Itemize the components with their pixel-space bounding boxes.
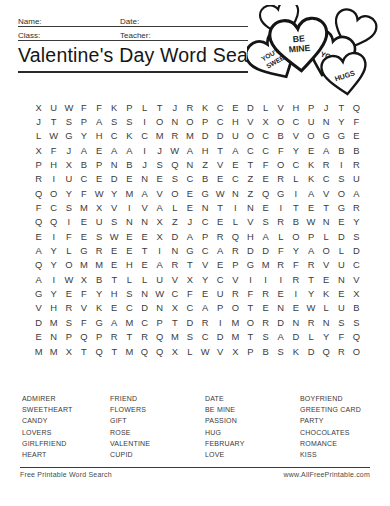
grid-cell[interactable]: O (319, 243, 334, 257)
grid-cell[interactable]: I (258, 272, 273, 286)
grid-cell[interactable]: E (258, 172, 273, 186)
grid-cell[interactable]: T (137, 243, 152, 257)
grid-cell[interactable]: F (76, 186, 91, 200)
grid-cell[interactable]: Q (31, 215, 46, 229)
grid-cell[interactable]: D (31, 315, 46, 329)
grid-cell[interactable]: G (61, 129, 76, 143)
grid-cell[interactable]: I (288, 286, 303, 300)
grid-cell[interactable]: S (334, 172, 349, 186)
grid-cell[interactable]: H (46, 157, 61, 171)
grid-cell[interactable]: O (334, 186, 349, 200)
grid-cell[interactable]: J (319, 100, 334, 114)
grid-cell[interactable]: Y (61, 186, 76, 200)
grid-cell[interactable]: E (213, 172, 228, 186)
grid-cell[interactable]: H (243, 229, 258, 243)
grid-cell[interactable]: F (31, 200, 46, 214)
grid-cell[interactable]: D (198, 129, 213, 143)
grid-cell[interactable]: E (288, 301, 303, 315)
grid-cell[interactable]: S (92, 229, 107, 243)
grid-cell[interactable]: W (61, 100, 76, 114)
grid-cell[interactable]: M (122, 315, 137, 329)
grid-cell[interactable]: X (92, 200, 107, 214)
grid-cell[interactable]: I (243, 272, 258, 286)
grid-cell[interactable]: F (182, 286, 197, 300)
grid-cell[interactable]: E (152, 172, 167, 186)
grid-cell[interactable]: U (334, 258, 349, 272)
grid-cell[interactable]: V (152, 186, 167, 200)
grid-cell[interactable]: Q (258, 186, 273, 200)
grid-cell[interactable]: O (349, 344, 364, 358)
grid-cell[interactable]: A (137, 186, 152, 200)
grid-cell[interactable]: K (198, 100, 213, 114)
grid-cell[interactable]: P (152, 315, 167, 329)
grid-cell[interactable]: I (152, 243, 167, 257)
grid-cell[interactable]: R (182, 100, 197, 114)
grid-cell[interactable]: P (198, 114, 213, 128)
grid-cell[interactable]: B (288, 215, 303, 229)
grid-cell[interactable]: Q (137, 344, 152, 358)
grid-cell[interactable]: E (228, 157, 243, 171)
grid-cell[interactable]: C (137, 129, 152, 143)
grid-cell[interactable]: E (122, 172, 137, 186)
grid-cell[interactable]: S (122, 286, 137, 300)
grid-cell[interactable]: U (213, 286, 228, 300)
grid-cell[interactable]: A (198, 301, 213, 315)
grid-cell[interactable]: Q (46, 215, 61, 229)
grid-cell[interactable]: E (122, 229, 137, 243)
grid-cell[interactable]: T (288, 200, 303, 214)
grid-cell[interactable]: L (31, 129, 46, 143)
grid-cell[interactable]: Q (349, 330, 364, 344)
grid-cell[interactable]: X (61, 344, 76, 358)
grid-cell[interactable]: G (92, 315, 107, 329)
grid-cell[interactable]: Q (319, 344, 334, 358)
grid-cell[interactable]: E (182, 200, 197, 214)
grid-cell[interactable]: W (303, 301, 318, 315)
grid-cell[interactable]: F (46, 143, 61, 157)
grid-cell[interactable]: I (46, 172, 61, 186)
grid-cell[interactable]: C (198, 330, 213, 344)
grid-cell[interactable]: M (122, 186, 137, 200)
grid-cell[interactable]: C (182, 301, 197, 315)
grid-cell[interactable]: D (349, 243, 364, 257)
grid-cell[interactable]: R (228, 286, 243, 300)
grid-cell[interactable]: I (228, 200, 243, 214)
grid-cell[interactable]: R (319, 157, 334, 171)
grid-cell[interactable]: L (228, 215, 243, 229)
grid-cell[interactable]: M (182, 129, 197, 143)
grid-cell[interactable]: F (76, 315, 91, 329)
grid-cell[interactable]: L (288, 172, 303, 186)
grid-cell[interactable]: Z (198, 157, 213, 171)
grid-cell[interactable]: E (31, 330, 46, 344)
grid-cell[interactable]: D (243, 100, 258, 114)
grid-cell[interactable]: C (198, 215, 213, 229)
grid-cell[interactable]: E (76, 229, 91, 243)
grid-cell[interactable]: T (182, 258, 197, 272)
grid-cell[interactable]: E (334, 215, 349, 229)
grid-cell[interactable]: W (152, 286, 167, 300)
grid-cell[interactable]: N (198, 200, 213, 214)
grid-cell[interactable]: A (31, 272, 46, 286)
grid-cell[interactable]: B (273, 129, 288, 143)
grid-cell[interactable]: V (273, 100, 288, 114)
grid-cell[interactable]: T (213, 143, 228, 157)
grid-cell[interactable]: P (303, 229, 318, 243)
grid-cell[interactable]: E (213, 258, 228, 272)
grid-cell[interactable]: N (334, 272, 349, 286)
grid-cell[interactable]: E (303, 143, 318, 157)
grid-cell[interactable]: F (273, 143, 288, 157)
grid-cell[interactable]: E (258, 301, 273, 315)
grid-cell[interactable]: A (303, 186, 318, 200)
grid-cell[interactable]: S (152, 157, 167, 171)
grid-cell[interactable]: S (61, 200, 76, 214)
grid-cell[interactable]: B (334, 143, 349, 157)
name-date-row[interactable]: Name: Date: (18, 13, 248, 27)
grid-cell[interactable]: O (46, 186, 61, 200)
grid-cell[interactable]: R (273, 258, 288, 272)
grid-cell[interactable]: N (228, 186, 243, 200)
grid-cell[interactable]: Q (167, 157, 182, 171)
grid-cell[interactable]: D (334, 229, 349, 243)
grid-cell[interactable]: T (243, 330, 258, 344)
grid-cell[interactable]: W (303, 215, 318, 229)
grid-cell[interactable]: Y (288, 243, 303, 257)
grid-cell[interactable]: D (107, 172, 122, 186)
grid-cell[interactable]: Q (76, 330, 91, 344)
grid-cell[interactable]: G (243, 258, 258, 272)
grid-cell[interactable]: F (243, 286, 258, 300)
grid-cell[interactable]: K (319, 286, 334, 300)
grid-cell[interactable]: S (122, 114, 137, 128)
grid-cell[interactable]: E (228, 100, 243, 114)
grid-cell[interactable]: M (92, 258, 107, 272)
grid-cell[interactable]: L (137, 100, 152, 114)
grid-cell[interactable]: N (137, 286, 152, 300)
grid-cell[interactable]: K (107, 100, 122, 114)
grid-cell[interactable]: R (31, 172, 46, 186)
grid-cell[interactable]: O (152, 114, 167, 128)
grid-cell[interactable]: W (213, 186, 228, 200)
grid-cell[interactable]: E (31, 229, 46, 243)
grid-cell[interactable]: N (182, 157, 197, 171)
grid-cell[interactable]: J (61, 143, 76, 157)
grid-cell[interactable]: Y (46, 243, 61, 257)
grid-cell[interactable]: E (137, 229, 152, 243)
grid-cell[interactable]: L (61, 243, 76, 257)
grid-cell[interactable]: X (167, 301, 182, 315)
grid-cell[interactable]: U (61, 172, 76, 186)
grid-cell[interactable]: S (182, 330, 197, 344)
grid-cell[interactable]: A (319, 143, 334, 157)
grid-cell[interactable]: P (92, 330, 107, 344)
grid-cell[interactable]: O (61, 258, 76, 272)
grid-cell[interactable]: N (288, 315, 303, 329)
grid-cell[interactable]: M (167, 330, 182, 344)
grid-cell[interactable]: Z (167, 215, 182, 229)
grid-cell[interactable]: Q (228, 229, 243, 243)
grid-cell[interactable]: T (122, 330, 137, 344)
grid-cell[interactable]: V (167, 272, 182, 286)
grid-cell[interactable]: Q (31, 186, 46, 200)
grid-cell[interactable]: R (273, 172, 288, 186)
grid-cell[interactable]: V (213, 344, 228, 358)
grid-cell[interactable]: E (107, 258, 122, 272)
grid-cell[interactable]: Y (349, 215, 364, 229)
grid-cell[interactable]: L (334, 243, 349, 257)
grid-cell[interactable]: V (107, 200, 122, 214)
grid-cell[interactable]: G (76, 243, 91, 257)
grid-cell[interactable]: I (46, 229, 61, 243)
grid-cell[interactable]: A (228, 143, 243, 157)
grid-cell[interactable]: R (349, 157, 364, 171)
grid-cell[interactable]: A (182, 143, 197, 157)
grid-cell[interactable]: S (273, 344, 288, 358)
grid-cell[interactable]: V (228, 272, 243, 286)
grid-cell[interactable]: M (228, 330, 243, 344)
grid-cell[interactable]: N (273, 301, 288, 315)
grid-cell[interactable]: G (273, 186, 288, 200)
grid-cell[interactable]: C (182, 172, 197, 186)
grid-cell[interactable]: D (273, 315, 288, 329)
grid-cell[interactable]: F (76, 286, 91, 300)
grid-cell[interactable]: K (92, 301, 107, 315)
grid-cell[interactable]: A (76, 143, 91, 157)
grid-cell[interactable]: O (288, 229, 303, 243)
grid-cell[interactable]: F (334, 330, 349, 344)
grid-cell[interactable]: R (92, 243, 107, 257)
grid-cell[interactable]: K (303, 157, 318, 171)
grid-cell[interactable]: C (213, 100, 228, 114)
grid-cell[interactable]: X (152, 215, 167, 229)
grid-cell[interactable]: X (31, 100, 46, 114)
grid-cell[interactable]: U (152, 272, 167, 286)
grid-cell[interactable]: O (167, 186, 182, 200)
grid-cell[interactable]: G (334, 200, 349, 214)
grid-cell[interactable]: A (122, 143, 137, 157)
grid-cell[interactable]: M (152, 129, 167, 143)
grid-cell[interactable]: R (258, 286, 273, 300)
grid-cell[interactable]: C (76, 172, 91, 186)
grid-cell[interactable]: O (243, 315, 258, 329)
grid-cell[interactable]: N (122, 215, 137, 229)
grid-cell[interactable]: A (107, 315, 122, 329)
grid-cell[interactable]: P (122, 100, 137, 114)
grid-cell[interactable]: I (288, 186, 303, 200)
grid-cell[interactable]: J (167, 100, 182, 114)
grid-cell[interactable]: S (107, 114, 122, 128)
grid-cell[interactable]: R (303, 258, 318, 272)
grid-cell[interactable]: T (167, 315, 182, 329)
grid-cell[interactable]: H (107, 286, 122, 300)
grid-cell[interactable]: O (273, 114, 288, 128)
grid-cell[interactable]: M (228, 315, 243, 329)
grid-cell[interactable]: E (76, 215, 91, 229)
grid-cell[interactable]: H (198, 143, 213, 157)
grid-cell[interactable]: V (349, 272, 364, 286)
grid-cell[interactable]: P (243, 344, 258, 358)
grid-cell[interactable]: W (61, 272, 76, 286)
grid-cell[interactable]: R (334, 344, 349, 358)
grid-cell[interactable]: L (137, 272, 152, 286)
grid-cell[interactable]: S (258, 215, 273, 229)
grid-cell[interactable]: K (288, 344, 303, 358)
grid-cell[interactable]: E (107, 301, 122, 315)
grid-cell[interactable]: T (319, 200, 334, 214)
grid-cell[interactable]: M (31, 344, 46, 358)
grid-cell[interactable]: X (167, 344, 182, 358)
grid-cell[interactable]: A (107, 143, 122, 157)
grid-cell[interactable]: E (319, 272, 334, 286)
grid-cell[interactable]: L (273, 229, 288, 243)
grid-cell[interactable]: H (46, 301, 61, 315)
grid-cell[interactable]: S (167, 172, 182, 186)
grid-cell[interactable]: P (303, 100, 318, 114)
grid-cell[interactable]: S (258, 330, 273, 344)
grid-cell[interactable]: Y (107, 186, 122, 200)
grid-cell[interactable]: C (258, 129, 273, 143)
grid-cell[interactable]: T (213, 200, 228, 214)
grid-cell[interactable]: S (349, 315, 364, 329)
grid-cell[interactable]: D (182, 315, 197, 329)
grid-cell[interactable]: D (288, 330, 303, 344)
grid-cell[interactable]: T (243, 301, 258, 315)
grid-cell[interactable]: T (243, 157, 258, 171)
grid-cell[interactable]: E (198, 286, 213, 300)
grid-cell[interactable]: N (243, 200, 258, 214)
grid-cell[interactable]: E (137, 258, 152, 272)
grid-cell[interactable]: Y (92, 286, 107, 300)
grid-cell[interactable]: B (122, 157, 137, 171)
grid-cell[interactable]: M (122, 344, 137, 358)
grid-cell[interactable]: F (273, 243, 288, 257)
grid-cell[interactable]: R (107, 330, 122, 344)
grid-cell[interactable]: I (273, 200, 288, 214)
grid-cell[interactable]: D (167, 229, 182, 243)
grid-cell[interactable]: W (107, 229, 122, 243)
grid-cell[interactable]: L (258, 100, 273, 114)
grid-cell[interactable]: V (243, 114, 258, 128)
grid-cell[interactable]: F (258, 157, 273, 171)
grid-cell[interactable]: V (198, 258, 213, 272)
grid-cell[interactable]: F (288, 258, 303, 272)
grid-cell[interactable]: A (273, 330, 288, 344)
grid-cell[interactable]: X (182, 272, 197, 286)
grid-cell[interactable]: R (61, 301, 76, 315)
grid-cell[interactable]: N (107, 157, 122, 171)
grid-cell[interactable]: R (213, 229, 228, 243)
grid-cell[interactable]: W (167, 143, 182, 157)
grid-cell[interactable]: E (213, 215, 228, 229)
grid-cell[interactable]: X (258, 114, 273, 128)
grid-cell[interactable]: U (46, 100, 61, 114)
grid-cell[interactable]: V (76, 301, 91, 315)
grid-cell[interactable]: U (334, 301, 349, 315)
grid-cell[interactable]: P (76, 114, 91, 128)
grid-cell[interactable]: C (122, 301, 137, 315)
grid-cell[interactable]: L (122, 272, 137, 286)
grid-cell[interactable]: I (137, 143, 152, 157)
grid-cell[interactable]: X (349, 286, 364, 300)
grid-cell[interactable]: M (76, 200, 91, 214)
grid-cell[interactable]: R (273, 215, 288, 229)
grid-cell[interactable]: C (137, 315, 152, 329)
grid-cell[interactable]: M (46, 344, 61, 358)
grid-cell[interactable]: T (107, 344, 122, 358)
grid-cell[interactable]: R (228, 243, 243, 257)
grid-cell[interactable]: D (243, 243, 258, 257)
grid-cell[interactable]: O (303, 129, 318, 143)
grid-cell[interactable]: H (228, 114, 243, 128)
grid-cell[interactable]: F (92, 100, 107, 114)
grid-cell[interactable]: J (137, 157, 152, 171)
grid-cell[interactable]: B (349, 301, 364, 315)
grid-cell[interactable]: U (349, 172, 364, 186)
grid-cell[interactable]: P (228, 258, 243, 272)
grid-cell[interactable]: D (213, 129, 228, 143)
grid-cell[interactable]: N (46, 330, 61, 344)
grid-cell[interactable]: O (228, 301, 243, 315)
grid-cell[interactable]: N (319, 215, 334, 229)
grid-cell[interactable]: M (46, 315, 61, 329)
grid-cell[interactable]: S (61, 114, 76, 128)
grid-cell[interactable]: R (258, 315, 273, 329)
grid-cell[interactable]: I (213, 315, 228, 329)
grid-cell[interactable]: Q (349, 100, 364, 114)
grid-cell[interactable]: L (319, 301, 334, 315)
grid-cell[interactable]: E (334, 286, 349, 300)
grid-cell[interactable]: P (198, 229, 213, 243)
grid-cell[interactable]: F (76, 100, 91, 114)
grid-cell[interactable]: F (61, 229, 76, 243)
grid-cell[interactable]: Y (303, 286, 318, 300)
grid-cell[interactable]: R (167, 129, 182, 143)
grid-cell[interactable]: J (31, 114, 46, 128)
grid-cell[interactable]: C (107, 129, 122, 143)
grid-cell[interactable]: Z (243, 172, 258, 186)
grid-cell[interactable]: S (349, 229, 364, 243)
grid-cell[interactable]: Y (288, 143, 303, 157)
grid-cell[interactable]: C (167, 286, 182, 300)
grid-cell[interactable]: A (349, 186, 364, 200)
grid-cell[interactable]: X (31, 143, 46, 157)
grid-cell[interactable]: G (319, 129, 334, 143)
grid-cell[interactable]: Q (31, 258, 46, 272)
grid-cell[interactable]: T (76, 344, 91, 358)
grid-cell[interactable]: B (349, 143, 364, 157)
grid-cell[interactable]: A (303, 243, 318, 257)
grid-cell[interactable]: B (198, 172, 213, 186)
grid-cell[interactable]: D (137, 301, 152, 315)
grid-cell[interactable]: G (182, 243, 197, 257)
grid-cell[interactable]: V (319, 258, 334, 272)
grid-cell[interactable]: U (303, 114, 318, 128)
grid-cell[interactable]: V (213, 157, 228, 171)
grid-cell[interactable]: R (137, 330, 152, 344)
grid-cell[interactable]: B (258, 344, 273, 358)
grid-cell[interactable]: N (152, 301, 167, 315)
grid-cell[interactable]: M (76, 258, 91, 272)
grid-cell[interactable]: F (349, 114, 364, 128)
grid-cell[interactable]: V (319, 186, 334, 200)
grid-cell[interactable]: Y (46, 258, 61, 272)
grid-cell[interactable]: I (46, 272, 61, 286)
grid-cell[interactable]: N (137, 215, 152, 229)
grid-cell[interactable]: O (243, 129, 258, 143)
grid-cell[interactable]: X (61, 157, 76, 171)
grid-cell[interactable]: G (334, 129, 349, 143)
